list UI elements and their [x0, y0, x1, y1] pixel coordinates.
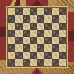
chess-board-photo	[0, 0, 74, 74]
square-d6[interactable]	[30, 23, 37, 30]
square-g5[interactable]	[52, 30, 59, 37]
square-a5[interactable]	[8, 30, 15, 37]
square-e8[interactable]	[37, 8, 44, 15]
square-f1[interactable]	[44, 59, 51, 66]
chess-board	[8, 8, 66, 66]
square-c5[interactable]	[23, 30, 30, 37]
square-b2[interactable]	[15, 52, 22, 59]
square-e6[interactable]	[37, 23, 44, 30]
square-h6[interactable]	[59, 23, 66, 30]
square-b6[interactable]	[15, 23, 22, 30]
square-b5[interactable]	[15, 30, 22, 37]
square-h4[interactable]	[59, 37, 66, 44]
square-c7[interactable]	[23, 15, 30, 22]
red-inlay-right-strip	[68, 12, 74, 62]
square-a6[interactable]	[8, 23, 15, 30]
square-d3[interactable]	[30, 44, 37, 51]
square-e2[interactable]	[37, 52, 44, 59]
square-b7[interactable]	[15, 15, 22, 22]
square-d2[interactable]	[30, 52, 37, 59]
square-f8[interactable]	[44, 8, 51, 15]
square-c6[interactable]	[23, 23, 30, 30]
square-d4[interactable]	[30, 37, 37, 44]
square-a7[interactable]	[8, 15, 15, 22]
square-c2[interactable]	[23, 52, 30, 59]
square-h8[interactable]	[59, 8, 66, 15]
square-e3[interactable]	[37, 44, 44, 51]
square-a2[interactable]	[8, 52, 15, 59]
square-e5[interactable]	[37, 30, 44, 37]
square-f7[interactable]	[44, 15, 51, 22]
square-g4[interactable]	[52, 37, 59, 44]
square-g2[interactable]	[52, 52, 59, 59]
square-g7[interactable]	[52, 15, 59, 22]
square-h3[interactable]	[59, 44, 66, 51]
square-f3[interactable]	[44, 44, 51, 51]
square-h1[interactable]	[59, 59, 66, 66]
square-g8[interactable]	[52, 8, 59, 15]
square-e1[interactable]	[37, 59, 44, 66]
square-c1[interactable]	[23, 59, 30, 66]
square-h2[interactable]	[59, 52, 66, 59]
square-a8[interactable]	[8, 8, 15, 15]
square-h5[interactable]	[59, 30, 66, 37]
square-g6[interactable]	[52, 23, 59, 30]
square-g1[interactable]	[52, 59, 59, 66]
square-d7[interactable]	[30, 15, 37, 22]
square-d5[interactable]	[30, 30, 37, 37]
square-g3[interactable]	[52, 44, 59, 51]
square-c4[interactable]	[23, 37, 30, 44]
square-b8[interactable]	[15, 8, 22, 15]
square-a1[interactable]	[8, 59, 15, 66]
square-a4[interactable]	[8, 37, 15, 44]
square-f2[interactable]	[44, 52, 51, 59]
square-f6[interactable]	[44, 23, 51, 30]
square-b3[interactable]	[15, 44, 22, 51]
square-c3[interactable]	[23, 44, 30, 51]
square-a3[interactable]	[8, 44, 15, 51]
square-d8[interactable]	[30, 8, 37, 15]
square-e4[interactable]	[37, 37, 44, 44]
square-b4[interactable]	[15, 37, 22, 44]
square-b1[interactable]	[15, 59, 22, 66]
square-c8[interactable]	[23, 8, 30, 15]
square-f5[interactable]	[44, 30, 51, 37]
square-h7[interactable]	[59, 15, 66, 22]
square-e7[interactable]	[37, 15, 44, 22]
square-d1[interactable]	[30, 59, 37, 66]
square-f4[interactable]	[44, 37, 51, 44]
